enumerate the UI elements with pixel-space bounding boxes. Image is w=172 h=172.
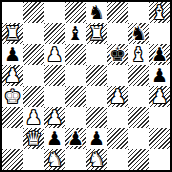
square-g2[interactable] [128,128,149,149]
square-f6[interactable]: ♚ [107,44,128,65]
square-f5[interactable] [107,65,128,86]
square-e7[interactable]: ♜ [86,23,107,44]
square-g8[interactable] [128,2,149,23]
piece-black-pawn-e2[interactable]: ♟ [86,128,107,149]
square-c5[interactable] [44,65,65,86]
square-b6[interactable] [23,44,44,65]
square-h5[interactable]: ♟ [149,65,170,86]
piece-black-pawn-h5[interactable]: ♟ [149,65,170,86]
square-h1[interactable] [149,149,170,170]
square-b1[interactable] [23,149,44,170]
square-a1[interactable] [2,149,23,170]
piece-black-king-f6[interactable]: ♚ [107,44,128,65]
square-d7[interactable]: ♝ [65,23,86,44]
piece-white-queen-b2[interactable]: ♛ [23,128,44,149]
square-h8[interactable]: ♝ [149,2,170,23]
square-a5[interactable]: ♟ [2,65,23,86]
square-h6[interactable]: ♟ [149,44,170,65]
square-d8[interactable] [65,2,86,23]
square-e2[interactable]: ♟ [86,128,107,149]
square-d3[interactable] [65,107,86,128]
chess-diagram: ♞♝♜♝♜♞♟♟♚♝♟♟♟♚♟♟♟♟♛♟♟♟♞♞ [0,0,172,172]
square-e1[interactable]: ♞ [86,149,107,170]
piece-white-knight-c1[interactable]: ♞ [44,149,65,170]
square-a4[interactable]: ♚ [2,86,23,107]
square-f8[interactable] [107,2,128,23]
square-c7[interactable] [44,23,65,44]
piece-white-knight-e1[interactable]: ♞ [86,149,107,170]
piece-black-pawn-d2[interactable]: ♟ [65,128,86,149]
square-e5[interactable] [86,65,107,86]
square-e3[interactable] [86,107,107,128]
piece-white-king-a4[interactable]: ♚ [2,86,23,107]
square-h3[interactable] [149,107,170,128]
square-b7[interactable] [23,23,44,44]
square-a7[interactable]: ♜ [2,23,23,44]
square-g7[interactable]: ♞ [128,23,149,44]
square-a6[interactable]: ♟ [2,44,23,65]
square-d4[interactable] [65,86,86,107]
square-c6[interactable]: ♟ [44,44,65,65]
square-c4[interactable] [44,86,65,107]
piece-white-rook-a7[interactable]: ♜ [2,23,23,44]
square-f1[interactable] [107,149,128,170]
square-a2[interactable] [2,128,23,149]
square-g6[interactable]: ♝ [128,44,149,65]
chess-board: ♞♝♜♝♜♞♟♟♚♝♟♟♟♚♟♟♟♟♛♟♟♟♞♞ [0,0,172,172]
piece-white-pawn-b3[interactable]: ♟ [23,107,44,128]
piece-black-knight-g7[interactable]: ♞ [128,23,149,44]
square-e8[interactable]: ♞ [86,2,107,23]
square-c2[interactable]: ♟ [44,128,65,149]
square-f2[interactable] [107,128,128,149]
square-e6[interactable] [86,44,107,65]
piece-black-knight-e8[interactable]: ♞ [86,2,107,23]
square-b3[interactable]: ♟ [23,107,44,128]
square-h7[interactable] [149,23,170,44]
square-c1[interactable]: ♞ [44,149,65,170]
square-h2[interactable] [149,128,170,149]
square-d2[interactable]: ♟ [65,128,86,149]
square-h4[interactable]: ♟ [149,86,170,107]
square-b8[interactable] [23,2,44,23]
square-e4[interactable] [86,86,107,107]
square-d5[interactable] [65,65,86,86]
square-a3[interactable] [2,107,23,128]
piece-white-rook-e7[interactable]: ♜ [86,23,107,44]
piece-white-pawn-c3[interactable]: ♟ [44,107,65,128]
square-g5[interactable] [128,65,149,86]
square-g1[interactable] [128,149,149,170]
square-b5[interactable] [23,65,44,86]
piece-black-pawn-h6[interactable]: ♟ [149,44,170,65]
square-g3[interactable] [128,107,149,128]
square-d6[interactable] [65,44,86,65]
piece-black-pawn-c2[interactable]: ♟ [44,128,65,149]
piece-white-pawn-f4[interactable]: ♟ [107,86,128,107]
square-a8[interactable] [2,2,23,23]
piece-white-bishop-g6[interactable]: ♝ [128,44,149,65]
square-c3[interactable]: ♟ [44,107,65,128]
piece-white-pawn-h4[interactable]: ♟ [149,86,170,107]
square-b2[interactable]: ♛ [23,128,44,149]
square-f4[interactable]: ♟ [107,86,128,107]
piece-black-bishop-d7[interactable]: ♝ [65,23,86,44]
square-c8[interactable] [44,2,65,23]
square-f7[interactable] [107,23,128,44]
square-g4[interactable] [128,86,149,107]
square-b4[interactable] [23,86,44,107]
piece-black-pawn-a6[interactable]: ♟ [2,44,23,65]
piece-white-pawn-c6[interactable]: ♟ [44,44,65,65]
square-f3[interactable] [107,107,128,128]
piece-white-bishop-h8[interactable]: ♝ [149,2,170,23]
square-d1[interactable] [65,149,86,170]
piece-white-pawn-a5[interactable]: ♟ [2,65,23,86]
